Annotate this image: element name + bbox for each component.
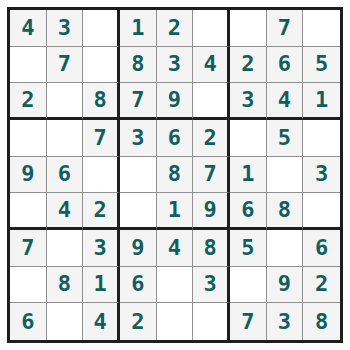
sudoku-cell[interactable]	[303, 193, 340, 230]
sudoku-cell: 2	[193, 120, 230, 157]
sudoku-cell[interactable]	[230, 10, 267, 47]
sudoku-cell: 6	[267, 47, 304, 84]
sudoku-cell: 4	[157, 230, 194, 267]
sudoku-cell: 9	[120, 230, 157, 267]
sudoku-cell: 8	[120, 47, 157, 84]
sudoku-cell: 9	[267, 267, 304, 304]
sudoku-cell: 7	[120, 83, 157, 120]
sudoku-cell: 7	[193, 157, 230, 194]
sudoku-cell[interactable]	[230, 120, 267, 157]
sudoku-cell[interactable]	[83, 157, 120, 194]
sudoku-cell: 6	[157, 120, 194, 157]
sudoku-cell: 8	[157, 157, 194, 194]
sudoku-cell: 5	[230, 230, 267, 267]
sudoku-cell[interactable]	[303, 10, 340, 47]
sudoku-cell: 3	[120, 120, 157, 157]
sudoku-cell: 6	[303, 230, 340, 267]
sudoku-cell[interactable]	[193, 83, 230, 120]
sudoku-cell[interactable]	[267, 230, 304, 267]
sudoku-cell: 8	[303, 303, 340, 340]
sudoku-cell[interactable]	[47, 303, 84, 340]
sudoku-cell[interactable]	[193, 10, 230, 47]
sudoku-cell: 8	[267, 193, 304, 230]
sudoku-cell: 3	[47, 10, 84, 47]
sudoku-cell[interactable]	[120, 193, 157, 230]
sudoku-cell[interactable]	[157, 267, 194, 304]
sudoku-cell: 2	[120, 303, 157, 340]
sudoku-cell[interactable]	[10, 267, 47, 304]
sudoku-cell: 8	[83, 83, 120, 120]
sudoku-cell: 6	[120, 267, 157, 304]
sudoku-cell: 1	[157, 193, 194, 230]
sudoku-cell[interactable]	[47, 83, 84, 120]
sudoku-cell[interactable]	[303, 120, 340, 157]
sudoku-cell[interactable]	[47, 120, 84, 157]
sudoku-cell[interactable]	[83, 10, 120, 47]
sudoku-cell: 6	[47, 157, 84, 194]
sudoku-cell: 2	[10, 83, 47, 120]
sudoku-cell: 5	[303, 47, 340, 84]
sudoku-cell[interactable]	[230, 267, 267, 304]
sudoku-cell: 8	[193, 230, 230, 267]
sudoku-cell: 7	[230, 303, 267, 340]
sudoku-cell: 9	[10, 157, 47, 194]
sudoku-cell: 2	[83, 193, 120, 230]
sudoku-cell: 3	[193, 267, 230, 304]
sudoku-cell: 3	[157, 47, 194, 84]
sudoku-cell[interactable]	[193, 303, 230, 340]
sudoku-cell: 4	[83, 303, 120, 340]
sudoku-cell: 4	[267, 83, 304, 120]
sudoku-cell: 1	[83, 267, 120, 304]
sudoku-cell: 1	[120, 10, 157, 47]
sudoku-cell: 2	[303, 267, 340, 304]
sudoku-cell[interactable]	[120, 157, 157, 194]
sudoku-cell: 2	[157, 10, 194, 47]
sudoku-cell: 4	[10, 10, 47, 47]
sudoku-cell[interactable]	[83, 47, 120, 84]
sudoku-cell: 9	[157, 83, 194, 120]
sudoku-cell: 7	[267, 10, 304, 47]
sudoku-cell: 9	[193, 193, 230, 230]
sudoku-cell: 4	[47, 193, 84, 230]
sudoku-cell: 7	[83, 120, 120, 157]
sudoku-cell[interactable]	[47, 230, 84, 267]
sudoku-cell[interactable]	[267, 157, 304, 194]
sudoku-cell[interactable]	[157, 303, 194, 340]
sudoku-board: 4312778342652879341736259687134219687394…	[7, 7, 343, 343]
sudoku-cell[interactable]	[10, 120, 47, 157]
sudoku-cell: 3	[83, 230, 120, 267]
sudoku-cell: 4	[193, 47, 230, 84]
sudoku-cell: 5	[267, 120, 304, 157]
sudoku-cell[interactable]	[10, 47, 47, 84]
sudoku-cell: 8	[47, 267, 84, 304]
sudoku-cell: 7	[10, 230, 47, 267]
sudoku-cell: 3	[303, 157, 340, 194]
sudoku-cell: 7	[47, 47, 84, 84]
sudoku-cell: 1	[230, 157, 267, 194]
sudoku-cell: 1	[303, 83, 340, 120]
sudoku-cell[interactable]	[10, 193, 47, 230]
sudoku-cell: 2	[230, 47, 267, 84]
sudoku-cell: 6	[10, 303, 47, 340]
sudoku-cell: 3	[230, 83, 267, 120]
sudoku-cell: 6	[230, 193, 267, 230]
sudoku-cell: 3	[267, 303, 304, 340]
